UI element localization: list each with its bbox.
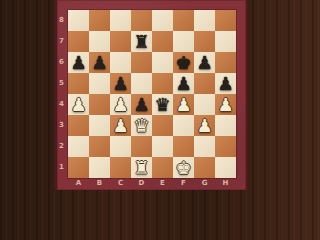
square-b3[interactable] — [89, 115, 110, 136]
square-c7[interactable] — [110, 31, 131, 52]
rank-label-6: 6 — [55, 52, 68, 73]
square-h6[interactable] — [215, 52, 236, 73]
square-h4[interactable]: ♟ — [215, 94, 236, 115]
square-a8[interactable] — [68, 10, 89, 31]
square-a1[interactable] — [68, 157, 89, 178]
square-a2[interactable] — [68, 136, 89, 157]
square-f8[interactable] — [173, 10, 194, 31]
square-g2[interactable] — [194, 136, 215, 157]
square-c5[interactable]: ♟ — [110, 73, 131, 94]
chess-board: ♜♟♟♚♟♟♟♟♟♟♟♛♟♟♟♛♟♜♚ — [68, 10, 236, 178]
square-h2[interactable] — [215, 136, 236, 157]
square-d2[interactable] — [131, 136, 152, 157]
square-c6[interactable] — [110, 52, 131, 73]
square-d4[interactable]: ♟ — [131, 94, 152, 115]
square-e3[interactable] — [152, 115, 173, 136]
square-g5[interactable] — [194, 73, 215, 94]
square-f1[interactable]: ♚ — [173, 157, 194, 178]
rank-label-5: 5 — [55, 73, 68, 94]
rank-label-1: 1 — [55, 157, 68, 178]
square-c4[interactable]: ♟ — [110, 94, 131, 115]
square-h5[interactable]: ♟ — [215, 73, 236, 94]
square-c3[interactable]: ♟ — [110, 115, 131, 136]
square-c8[interactable] — [110, 10, 131, 31]
black-pawn[interactable]: ♟ — [217, 73, 233, 94]
file-label-h: H — [215, 177, 236, 190]
square-c1[interactable] — [110, 157, 131, 178]
square-b7[interactable] — [89, 31, 110, 52]
square-d6[interactable] — [131, 52, 152, 73]
file-label-e: E — [152, 177, 173, 190]
rank-label-7: 7 — [55, 31, 68, 52]
square-e5[interactable] — [152, 73, 173, 94]
square-f7[interactable] — [173, 31, 194, 52]
square-g1[interactable] — [194, 157, 215, 178]
square-f6[interactable]: ♚ — [173, 52, 194, 73]
rank-label-3: 3 — [55, 115, 68, 136]
file-labels: ABCDEFGH — [68, 177, 236, 190]
square-e1[interactable] — [152, 157, 173, 178]
square-e7[interactable] — [152, 31, 173, 52]
black-queen[interactable]: ♛ — [154, 94, 170, 115]
square-a3[interactable] — [68, 115, 89, 136]
square-b8[interactable] — [89, 10, 110, 31]
white-pawn[interactable]: ♟ — [112, 94, 128, 115]
white-pawn[interactable]: ♟ — [217, 94, 233, 115]
file-label-f: F — [173, 177, 194, 190]
black-rook[interactable]: ♜ — [133, 31, 149, 52]
square-h8[interactable] — [215, 10, 236, 31]
white-pawn[interactable]: ♟ — [70, 94, 86, 115]
square-g8[interactable] — [194, 10, 215, 31]
square-a6[interactable]: ♟ — [68, 52, 89, 73]
square-b5[interactable] — [89, 73, 110, 94]
square-a5[interactable] — [68, 73, 89, 94]
rank-label-4: 4 — [55, 94, 68, 115]
file-label-g: G — [194, 177, 215, 190]
square-d5[interactable] — [131, 73, 152, 94]
square-h1[interactable] — [215, 157, 236, 178]
square-g4[interactable] — [194, 94, 215, 115]
rank-label-8: 8 — [55, 10, 68, 31]
black-pawn[interactable]: ♟ — [133, 94, 149, 115]
file-label-d: D — [131, 177, 152, 190]
square-c2[interactable] — [110, 136, 131, 157]
square-h7[interactable] — [215, 31, 236, 52]
square-f4[interactable]: ♟ — [173, 94, 194, 115]
white-pawn[interactable]: ♟ — [196, 115, 212, 136]
black-pawn[interactable]: ♟ — [175, 73, 191, 94]
square-d3[interactable]: ♛ — [131, 115, 152, 136]
white-pawn[interactable]: ♟ — [112, 115, 128, 136]
file-label-a: A — [68, 177, 89, 190]
black-pawn[interactable]: ♟ — [196, 52, 212, 73]
square-f5[interactable]: ♟ — [173, 73, 194, 94]
file-label-b: B — [89, 177, 110, 190]
square-g6[interactable]: ♟ — [194, 52, 215, 73]
white-queen[interactable]: ♛ — [133, 115, 149, 136]
square-e2[interactable] — [152, 136, 173, 157]
square-f3[interactable] — [173, 115, 194, 136]
square-h3[interactable] — [215, 115, 236, 136]
square-b1[interactable] — [89, 157, 110, 178]
square-a4[interactable]: ♟ — [68, 94, 89, 115]
square-e6[interactable] — [152, 52, 173, 73]
white-rook[interactable]: ♜ — [133, 157, 149, 178]
black-pawn[interactable]: ♟ — [91, 52, 107, 73]
black-pawn[interactable]: ♟ — [112, 73, 128, 94]
square-g7[interactable] — [194, 31, 215, 52]
white-pawn[interactable]: ♟ — [175, 94, 191, 115]
square-d7[interactable]: ♜ — [131, 31, 152, 52]
square-b2[interactable] — [89, 136, 110, 157]
square-d8[interactable] — [131, 10, 152, 31]
square-a7[interactable] — [68, 31, 89, 52]
square-b6[interactable]: ♟ — [89, 52, 110, 73]
black-king[interactable]: ♚ — [175, 52, 191, 73]
square-b4[interactable] — [89, 94, 110, 115]
square-e4[interactable]: ♛ — [152, 94, 173, 115]
square-f2[interactable] — [173, 136, 194, 157]
square-d1[interactable]: ♜ — [131, 157, 152, 178]
square-g3[interactable]: ♟ — [194, 115, 215, 136]
white-king[interactable]: ♚ — [175, 157, 191, 178]
file-label-c: C — [110, 177, 131, 190]
rank-label-2: 2 — [55, 136, 68, 157]
black-pawn[interactable]: ♟ — [70, 52, 86, 73]
square-e8[interactable] — [152, 10, 173, 31]
rank-labels: 87654321 — [55, 10, 68, 178]
